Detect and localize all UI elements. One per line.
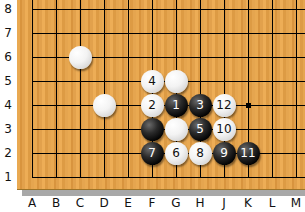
row-label-1: 1: [0, 165, 16, 189]
column-label-G: G: [164, 195, 188, 211]
move-number: 12: [216, 99, 231, 111]
row-label-8: 8: [0, 0, 16, 21]
stone-H4[interactable]: 3: [189, 94, 212, 117]
column-label-B: B: [44, 195, 68, 211]
stone-F2[interactable]: 7: [141, 142, 164, 165]
move-number: 6: [172, 147, 180, 159]
column-label-D: D: [92, 195, 116, 211]
row-label-5: 5: [0, 69, 16, 93]
row-coordinate-labels: 87654321: [0, 0, 16, 189]
column-label-K: K: [236, 195, 260, 211]
row-label-2: 2: [0, 141, 16, 165]
stones-layer: 421312510768911: [20, 0, 305, 189]
stone-G3[interactable]: [165, 118, 188, 141]
row-label-3: 3: [0, 117, 16, 141]
move-number: 9: [220, 147, 228, 159]
column-label-M: M: [284, 195, 305, 211]
stone-K2[interactable]: 11: [237, 142, 260, 165]
column-label-C: C: [68, 195, 92, 211]
stone-C6[interactable]: [69, 46, 92, 69]
stone-J3[interactable]: 10: [213, 118, 236, 141]
stone-H2[interactable]: 8: [189, 142, 212, 165]
column-label-A: A: [20, 195, 44, 211]
move-number: 4: [148, 75, 156, 87]
stone-J2[interactable]: 9: [213, 142, 236, 165]
stone-G4[interactable]: 1: [165, 94, 188, 117]
column-label-L: L: [260, 195, 284, 211]
stone-F5[interactable]: 4: [141, 70, 164, 93]
column-coordinate-labels: ABCDEFGHJKLM: [20, 195, 305, 211]
move-number: 10: [216, 123, 231, 135]
column-label-H: H: [188, 195, 212, 211]
row-label-4: 4: [0, 93, 16, 117]
row-label-7: 7: [0, 21, 16, 45]
move-number: 7: [148, 147, 156, 159]
stone-F3[interactable]: [141, 118, 164, 141]
stone-G5[interactable]: [165, 70, 188, 93]
move-number: 1: [172, 99, 180, 111]
column-label-J: J: [212, 195, 236, 211]
move-number: 11: [240, 147, 255, 159]
stone-D4[interactable]: [93, 94, 116, 117]
move-number: 5: [196, 123, 204, 135]
move-number: 3: [196, 99, 204, 111]
row-label-6: 6: [0, 45, 16, 69]
move-number: 2: [148, 99, 156, 111]
go-board[interactable]: 421312510768911: [17, 0, 305, 190]
stone-F4[interactable]: 2: [141, 94, 164, 117]
column-label-F: F: [140, 195, 164, 211]
move-number: 8: [196, 147, 204, 159]
stone-J4[interactable]: 12: [213, 94, 236, 117]
stone-G2[interactable]: 6: [165, 142, 188, 165]
column-label-E: E: [116, 195, 140, 211]
stone-H3[interactable]: 5: [189, 118, 212, 141]
